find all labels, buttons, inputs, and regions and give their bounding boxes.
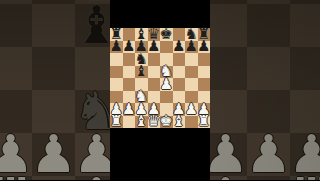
square-f5	[173, 66, 186, 79]
bg-white-pawn-b2: ♟	[30, 128, 77, 180]
bg-square-g2: ♟	[247, 133, 290, 176]
square-g1	[185, 116, 198, 129]
white-king-e1: ♚	[160, 114, 173, 129]
square-e3	[160, 91, 173, 104]
bg-white-rook-h1: ♜	[288, 171, 320, 181]
black-pawn-h7: ♟	[197, 39, 210, 54]
square-e8: ♚	[160, 28, 173, 41]
square-h7: ♟	[198, 41, 211, 54]
black-pawn-b7: ♟	[122, 39, 135, 54]
bg-square-b2: ♟	[32, 133, 75, 176]
white-pawn-e4: ♟	[160, 77, 173, 92]
square-b2: ♟	[123, 103, 136, 116]
square-d7: ♟	[148, 41, 161, 54]
square-g4	[185, 78, 198, 91]
bg-square-g4	[247, 47, 290, 90]
square-b4	[123, 78, 136, 91]
bg-white-pawn-g2: ♟	[245, 128, 292, 180]
black-pawn-d7: ♟	[147, 39, 160, 54]
bg-square-a5	[0, 4, 32, 47]
square-f6	[173, 53, 186, 66]
square-a5	[110, 66, 123, 79]
square-d4	[148, 78, 161, 91]
black-bishop-c5: ♝	[135, 64, 148, 79]
white-queen-d1: ♛	[147, 114, 160, 129]
square-f4	[173, 78, 186, 91]
square-b7: ♟	[123, 41, 136, 54]
chess-board: ♜♝♛♚♞♜♟♟♟♟♟♟♟♞♝♞♟♞♟♟♟♟♟♟♟♜♝♛♚♝♜	[110, 28, 210, 128]
square-d1: ♛	[148, 116, 161, 129]
square-a6	[110, 53, 123, 66]
black-pawn-a7: ♟	[110, 39, 123, 54]
square-a1: ♜	[110, 116, 123, 129]
white-bishop-f1: ♝	[172, 114, 185, 129]
white-rook-a1: ♜	[110, 114, 123, 129]
square-g7: ♟	[185, 41, 198, 54]
black-pawn-g7: ♟	[185, 39, 198, 54]
square-b5	[123, 66, 136, 79]
bg-square-g5	[247, 4, 290, 47]
square-e1: ♚	[160, 116, 173, 129]
white-bishop-c1: ♝	[135, 114, 148, 129]
white-pawn-b2: ♟	[122, 102, 135, 117]
square-d6	[148, 53, 161, 66]
bg-white-rook-a1: ♜	[0, 171, 34, 181]
white-rook-h1: ♜	[197, 114, 210, 129]
bg-square-h1: ♜	[290, 176, 320, 180]
square-b1	[123, 116, 136, 129]
square-f7: ♟	[173, 41, 186, 54]
bg-square-g1	[247, 176, 290, 180]
square-h5	[198, 66, 211, 79]
bg-square-b1	[32, 176, 75, 180]
black-king-e8: ♚	[160, 27, 173, 42]
bg-square-a1: ♜	[0, 176, 32, 180]
square-g6	[185, 53, 198, 66]
bg-square-a4	[0, 47, 32, 90]
square-a4	[110, 78, 123, 91]
white-pawn-g2: ♟	[185, 102, 198, 117]
square-b6	[123, 53, 136, 66]
square-d5	[148, 66, 161, 79]
square-g2: ♟	[185, 103, 198, 116]
square-c1: ♝	[135, 116, 148, 129]
bg-square-h4	[290, 47, 320, 90]
bg-square-b5	[32, 4, 75, 47]
square-c5: ♝	[135, 66, 148, 79]
square-h6	[198, 53, 211, 66]
bg-square-h5	[290, 4, 320, 47]
video-frame[interactable]: ♜♝♛♚♞♜♟♟♟♟♟♟♟♞♝♞♟♞♟♟♟♟♟♟♟♜♝♛♚♝♜ ♜♝♛♚♞♜♟♟…	[0, 0, 320, 180]
square-h4	[198, 78, 211, 91]
bg-square-b4	[32, 47, 75, 90]
square-h1: ♜	[198, 116, 211, 129]
square-g5	[185, 66, 198, 79]
square-e4: ♟	[160, 78, 173, 91]
square-f1: ♝	[173, 116, 186, 129]
square-a7: ♟	[110, 41, 123, 54]
black-pawn-f7: ♟	[172, 39, 185, 54]
bg-square-f1: ♝	[204, 176, 247, 180]
square-e7	[160, 41, 173, 54]
